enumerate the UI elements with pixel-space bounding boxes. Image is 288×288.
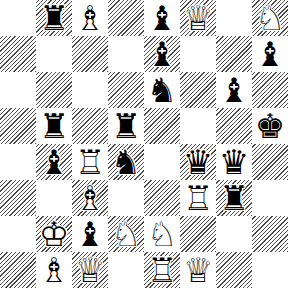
piece-white-knight: ♘ xyxy=(252,0,288,36)
piece-halo: ♝ xyxy=(144,36,180,72)
square-c3[interactable]: ♝♗ xyxy=(72,180,108,216)
square-b3[interactable] xyxy=(36,180,72,216)
square-d7[interactable] xyxy=(108,36,144,72)
square-h3[interactable] xyxy=(252,180,288,216)
piece-white-rook: ♖ xyxy=(180,180,216,216)
piece-halo: ♜ xyxy=(36,0,72,36)
piece-white-bishop: ♗ xyxy=(72,0,108,36)
piece-black-queen: ♛ xyxy=(180,144,216,180)
square-h8[interactable]: ♞♘ xyxy=(252,0,288,36)
square-b8[interactable]: ♜♜ xyxy=(36,0,72,36)
piece-white-bishop: ♗ xyxy=(72,180,108,216)
piece-halo: ♛ xyxy=(72,252,108,288)
square-b1[interactable]: ♝♗ xyxy=(36,252,72,288)
chess-board: ♜♜♝♗♝♝♛♕♞♘♝♝♝♝♞♞♝♝♜♜♜♜♚♚♝♝♜♖♞♞♛♛♛♛♝♗♜♖♜♜… xyxy=(0,0,288,288)
square-c6[interactable] xyxy=(72,72,108,108)
piece-halo: ♞ xyxy=(252,0,288,36)
piece-halo: ♝ xyxy=(72,216,108,252)
square-f7[interactable] xyxy=(180,36,216,72)
square-d3[interactable] xyxy=(108,180,144,216)
square-g1[interactable] xyxy=(216,252,252,288)
piece-white-queen: ♕ xyxy=(180,252,216,288)
square-c5[interactable] xyxy=(72,108,108,144)
piece-halo: ♜ xyxy=(180,180,216,216)
piece-black-king: ♚ xyxy=(252,108,288,144)
square-e3[interactable] xyxy=(144,180,180,216)
square-d6[interactable] xyxy=(108,72,144,108)
piece-white-queen: ♕ xyxy=(72,252,108,288)
piece-black-bishop: ♝ xyxy=(252,36,288,72)
piece-halo: ♝ xyxy=(36,144,72,180)
square-a8[interactable] xyxy=(0,0,36,36)
piece-black-rook: ♜ xyxy=(36,108,72,144)
piece-halo: ♛ xyxy=(180,0,216,36)
piece-black-queen: ♛ xyxy=(216,144,252,180)
piece-white-knight: ♘ xyxy=(108,216,144,252)
square-e7[interactable]: ♝♝ xyxy=(144,36,180,72)
square-a4[interactable] xyxy=(0,144,36,180)
square-g2[interactable] xyxy=(216,216,252,252)
square-a1[interactable] xyxy=(0,252,36,288)
square-e1[interactable]: ♜♖ xyxy=(144,252,180,288)
piece-white-rook: ♖ xyxy=(72,144,108,180)
piece-halo: ♝ xyxy=(216,72,252,108)
piece-black-bishop: ♝ xyxy=(216,72,252,108)
piece-halo: ♞ xyxy=(144,216,180,252)
square-f1[interactable]: ♛♕ xyxy=(180,252,216,288)
square-g8[interactable] xyxy=(216,0,252,36)
piece-black-bishop: ♝ xyxy=(36,144,72,180)
square-h4[interactable] xyxy=(252,144,288,180)
piece-halo: ♜ xyxy=(36,108,72,144)
piece-white-king: ♔ xyxy=(36,216,72,252)
square-f6[interactable] xyxy=(180,72,216,108)
piece-halo: ♝ xyxy=(144,0,180,36)
piece-black-bishop: ♝ xyxy=(144,36,180,72)
piece-halo: ♛ xyxy=(180,252,216,288)
piece-halo: ♜ xyxy=(108,108,144,144)
square-c8[interactable]: ♝♗ xyxy=(72,0,108,36)
square-a5[interactable] xyxy=(0,108,36,144)
piece-halo: ♜ xyxy=(72,144,108,180)
piece-halo: ♞ xyxy=(108,144,144,180)
square-b5[interactable]: ♜♜ xyxy=(36,108,72,144)
piece-white-bishop: ♗ xyxy=(36,252,72,288)
square-e2[interactable]: ♞♘ xyxy=(144,216,180,252)
square-d8[interactable] xyxy=(108,0,144,36)
square-g6[interactable]: ♝♝ xyxy=(216,72,252,108)
square-g5[interactable] xyxy=(216,108,252,144)
square-a7[interactable] xyxy=(0,36,36,72)
square-e4[interactable] xyxy=(144,144,180,180)
piece-halo: ♜ xyxy=(144,252,180,288)
piece-black-rook: ♜ xyxy=(36,0,72,36)
square-f8[interactable]: ♛♕ xyxy=(180,0,216,36)
square-c2[interactable]: ♝♝ xyxy=(72,216,108,252)
square-d4[interactable]: ♞♞ xyxy=(108,144,144,180)
square-f2[interactable] xyxy=(180,216,216,252)
square-a2[interactable] xyxy=(0,216,36,252)
piece-halo: ♛ xyxy=(180,144,216,180)
square-h1[interactable] xyxy=(252,252,288,288)
piece-black-rook: ♜ xyxy=(108,108,144,144)
square-e6[interactable]: ♞♞ xyxy=(144,72,180,108)
square-b4[interactable]: ♝♝ xyxy=(36,144,72,180)
piece-halo: ♞ xyxy=(108,216,144,252)
square-c1[interactable]: ♛♕ xyxy=(72,252,108,288)
square-d1[interactable] xyxy=(108,252,144,288)
square-b2[interactable]: ♚♔ xyxy=(36,216,72,252)
piece-halo: ♝ xyxy=(252,36,288,72)
square-h7[interactable]: ♝♝ xyxy=(252,36,288,72)
piece-halo: ♜ xyxy=(216,180,252,216)
piece-white-queen: ♕ xyxy=(180,0,216,36)
square-e5[interactable] xyxy=(144,108,180,144)
piece-halo: ♝ xyxy=(72,0,108,36)
piece-white-rook: ♖ xyxy=(144,252,180,288)
square-c7[interactable] xyxy=(72,36,108,72)
piece-black-bishop: ♝ xyxy=(72,216,108,252)
square-b6[interactable] xyxy=(36,72,72,108)
square-d5[interactable]: ♜♜ xyxy=(108,108,144,144)
piece-black-knight: ♞ xyxy=(108,144,144,180)
piece-halo: ♚ xyxy=(36,216,72,252)
square-f3[interactable]: ♜♖ xyxy=(180,180,216,216)
piece-halo: ♝ xyxy=(72,180,108,216)
piece-halo: ♛ xyxy=(216,144,252,180)
piece-white-knight: ♘ xyxy=(144,216,180,252)
piece-halo: ♞ xyxy=(144,72,180,108)
piece-black-bishop: ♝ xyxy=(144,0,180,36)
square-h6[interactable] xyxy=(252,72,288,108)
square-g7[interactable] xyxy=(216,36,252,72)
square-g3[interactable]: ♜♜ xyxy=(216,180,252,216)
square-e8[interactable]: ♝♝ xyxy=(144,0,180,36)
square-h2[interactable] xyxy=(252,216,288,252)
piece-black-knight: ♞ xyxy=(144,72,180,108)
square-a3[interactable] xyxy=(0,180,36,216)
square-a6[interactable] xyxy=(0,72,36,108)
square-f4[interactable]: ♛♛ xyxy=(180,144,216,180)
square-g4[interactable]: ♛♛ xyxy=(216,144,252,180)
piece-black-rook: ♜ xyxy=(216,180,252,216)
square-b7[interactable] xyxy=(36,36,72,72)
square-h5[interactable]: ♚♚ xyxy=(252,108,288,144)
piece-halo: ♝ xyxy=(36,252,72,288)
piece-halo: ♚ xyxy=(252,108,288,144)
square-c4[interactable]: ♜♖ xyxy=(72,144,108,180)
square-f5[interactable] xyxy=(180,108,216,144)
square-d2[interactable]: ♞♘ xyxy=(108,216,144,252)
